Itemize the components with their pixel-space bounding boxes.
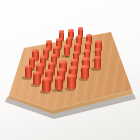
peg-top-face xyxy=(94,56,101,60)
peg-r5c5[interactable] xyxy=(81,67,89,79)
peg-top-face xyxy=(73,51,80,55)
peg-r6c4[interactable] xyxy=(67,76,75,89)
peg-top-face xyxy=(36,63,43,67)
peg-top-face xyxy=(68,29,74,32)
peg-top-face xyxy=(51,54,58,58)
peg-top-face xyxy=(85,41,91,44)
peg-top-face xyxy=(57,68,65,72)
peg-r6c3[interactable] xyxy=(55,78,63,91)
peg-top-face xyxy=(29,57,36,61)
peg-top-face xyxy=(32,49,38,52)
photo-layer xyxy=(0,0,140,140)
peg-top-face xyxy=(59,60,66,64)
peg-top-face xyxy=(56,38,62,41)
peg-top-face xyxy=(82,57,89,61)
peg-top-face xyxy=(95,40,101,43)
peg-top-face xyxy=(40,55,47,59)
peg-top-face xyxy=(53,46,59,49)
holes-and-pegs-layer xyxy=(0,0,140,140)
peg-top-face xyxy=(33,71,41,75)
peg-top-face xyxy=(81,65,89,69)
peg-top-face xyxy=(71,59,78,63)
peg-top-face xyxy=(48,62,55,66)
peg-top-face xyxy=(64,44,70,47)
peg-r6c2[interactable] xyxy=(42,79,50,92)
product-photo-scene xyxy=(0,0,140,140)
peg-top-face xyxy=(76,35,82,38)
peg-top-face xyxy=(84,49,91,53)
peg-top-face xyxy=(78,27,84,30)
peg-top-face xyxy=(67,74,75,78)
peg-top-face xyxy=(45,69,53,73)
peg-top-face xyxy=(74,43,80,46)
peg-top-face xyxy=(55,76,63,80)
peg-r2c3[interactable] xyxy=(64,46,70,56)
peg-top-face xyxy=(86,34,92,37)
peg-r4c6[interactable] xyxy=(94,58,101,69)
peg-top-face xyxy=(25,65,32,69)
peg-top-face xyxy=(42,77,50,81)
peg-top-face xyxy=(46,40,52,43)
peg-top-face xyxy=(43,47,49,50)
peg-top-face xyxy=(66,37,72,40)
peg-top-face xyxy=(95,48,102,52)
peg-top-face xyxy=(59,30,65,33)
peg-r5c1[interactable] xyxy=(33,73,41,85)
peg-r4c0[interactable] xyxy=(25,67,32,78)
peg-top-face xyxy=(69,66,77,70)
